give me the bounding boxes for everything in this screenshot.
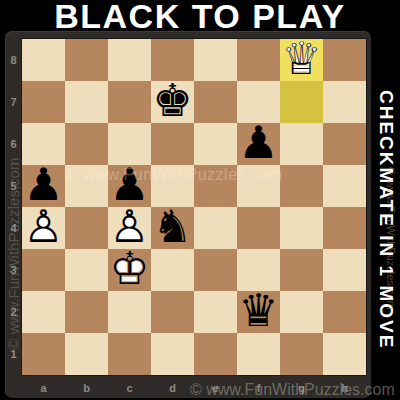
square-d6: [151, 123, 194, 165]
file-label-b: b: [65, 378, 108, 398]
square-d7: ♚: [151, 81, 194, 123]
square-f1: [237, 333, 280, 375]
square-f2: ♛: [237, 291, 280, 333]
black-pawn-glyph: ♟: [238, 120, 278, 165]
square-c2: [108, 291, 151, 333]
white-pawn: ♟♙: [22, 207, 65, 249]
square-e6: [194, 123, 237, 165]
square-e7: [194, 81, 237, 123]
square-g8: ♛♕: [280, 39, 323, 81]
square-b6: [65, 123, 108, 165]
square-g1: [280, 333, 323, 375]
square-h3: [323, 249, 366, 291]
square-h8: [323, 39, 366, 81]
square-e3: [194, 249, 237, 291]
square-h2: [323, 291, 366, 333]
square-g3: [280, 249, 323, 291]
black-pawn: ♟: [237, 123, 280, 165]
black-queen-glyph: ♛: [238, 288, 278, 333]
square-f5: [237, 165, 280, 207]
chess-board: ♛♕♚♟♟♟♟♙♟♙♞♚♔♛: [22, 39, 366, 375]
square-c8: [108, 39, 151, 81]
square-h1: [323, 333, 366, 375]
square-b3: [65, 249, 108, 291]
black-king: ♚: [151, 81, 194, 123]
black-king-glyph: ♚: [152, 78, 192, 123]
file-label-g: g: [280, 378, 323, 398]
square-g5: [280, 165, 323, 207]
page-title: BLACK TO PLAY: [54, 0, 346, 33]
rank-label-4: 4: [5, 207, 22, 249]
square-h4: [323, 207, 366, 249]
square-a4: ♟♙: [22, 207, 65, 249]
black-queen: ♛: [237, 291, 280, 333]
square-d1: [151, 333, 194, 375]
rank-label-3: 3: [5, 249, 22, 291]
black-knight: ♞: [151, 207, 194, 249]
square-c7: [108, 81, 151, 123]
square-a2: [22, 291, 65, 333]
title-bar: BLACK TO PLAY: [0, 0, 400, 33]
puzzle-image: BLACK TO PLAY 87654321 ♛♕♚♟♟♟♟♙♟♙♞♚♔♛ ab…: [0, 0, 400, 400]
square-g6: [280, 123, 323, 165]
square-h7: [323, 81, 366, 123]
square-f8: [237, 39, 280, 81]
file-labels: abcdefgh: [22, 378, 366, 398]
square-b8: [65, 39, 108, 81]
square-e1: [194, 333, 237, 375]
white-king-glyph: ♔: [109, 246, 149, 291]
square-g2: [280, 291, 323, 333]
square-b1: [65, 333, 108, 375]
square-e4: [194, 207, 237, 249]
square-b7: [65, 81, 108, 123]
square-a8: [22, 39, 65, 81]
rank-label-6: 6: [5, 123, 22, 165]
square-b2: [65, 291, 108, 333]
board-frame: 87654321 ♛♕♚♟♟♟♟♙♟♙♞♚♔♛ abcdefgh: [5, 31, 371, 398]
white-pawn-glyph: ♙: [23, 204, 63, 249]
black-knight-glyph: ♞: [152, 204, 192, 249]
white-king: ♚♔: [108, 249, 151, 291]
file-label-c: c: [108, 378, 151, 398]
file-label-d: d: [151, 378, 194, 398]
rank-labels: 87654321: [5, 39, 22, 375]
square-e2: [194, 291, 237, 333]
square-h5: [323, 165, 366, 207]
square-c1: [108, 333, 151, 375]
square-g4: [280, 207, 323, 249]
rank-label-5: 5: [5, 165, 22, 207]
square-e5: [194, 165, 237, 207]
side-banner-text: CHECKMATE IN 1 MOVE: [375, 90, 397, 349]
file-label-h: h: [323, 378, 366, 398]
rank-label-1: 1: [5, 333, 22, 375]
rank-label-2: 2: [5, 291, 22, 333]
square-a3: [22, 249, 65, 291]
square-f6: ♟: [237, 123, 280, 165]
file-label-a: a: [22, 378, 65, 398]
square-c3: ♚♔: [108, 249, 151, 291]
white-queen-glyph: ♕: [281, 36, 321, 81]
square-a7: [22, 81, 65, 123]
rank-label-7: 7: [5, 81, 22, 123]
square-b4: [65, 207, 108, 249]
file-label-e: e: [194, 378, 237, 398]
square-d3: [151, 249, 194, 291]
square-a1: [22, 333, 65, 375]
square-d4: ♞: [151, 207, 194, 249]
square-g7: [280, 81, 323, 123]
square-d2: [151, 291, 194, 333]
file-label-f: f: [237, 378, 280, 398]
side-banner: CHECKMATE IN 1 MOVE: [371, 40, 400, 400]
white-queen: ♛♕: [280, 39, 323, 81]
square-f4: [237, 207, 280, 249]
rank-label-8: 8: [5, 39, 22, 81]
square-b5: [65, 165, 108, 207]
square-e8: [194, 39, 237, 81]
square-h6: [323, 123, 366, 165]
